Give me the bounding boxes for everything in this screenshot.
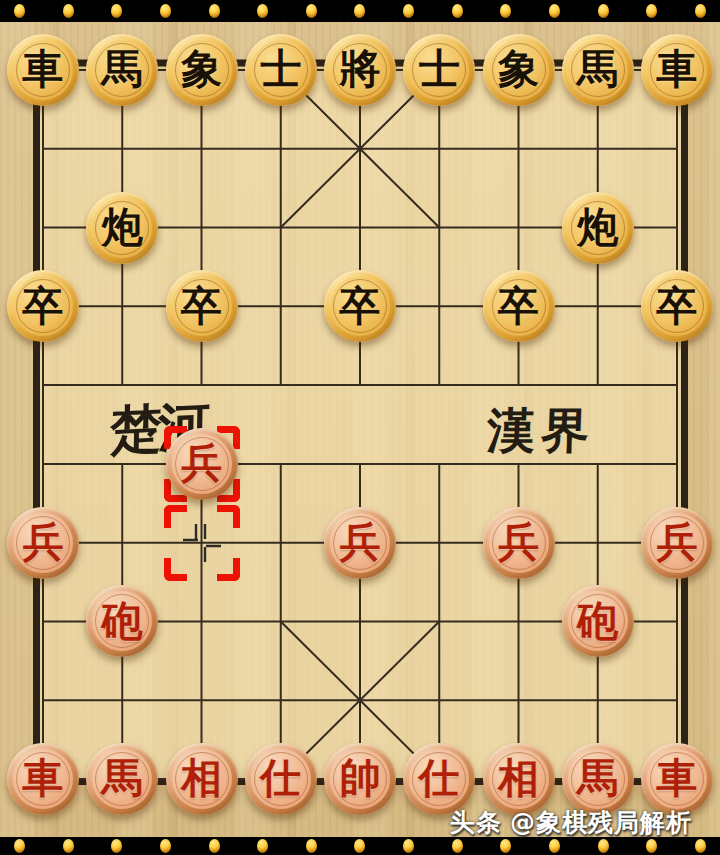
rivet-icon: [14, 839, 25, 853]
piece-character: 兵: [23, 522, 64, 563]
watermark-handle: @象棋残局解析: [510, 808, 692, 837]
piece-red-soldier[interactable]: 兵: [324, 507, 396, 579]
piece-character: 車: [657, 49, 698, 90]
piece-character: 卒: [340, 286, 381, 327]
piece-character: 馬: [577, 758, 618, 799]
piece-character: 卒: [498, 286, 539, 327]
top-rail: [0, 0, 720, 22]
piece-character: 將: [340, 49, 381, 90]
piece-black-horse[interactable]: 馬: [86, 34, 158, 106]
piece-red-advisor[interactable]: 仕: [245, 743, 317, 815]
piece-character: 車: [657, 758, 698, 799]
rivet-icon: [598, 839, 609, 853]
piece-black-cannon[interactable]: 炮: [562, 192, 634, 264]
piece-character: 車: [23, 758, 64, 799]
piece-character: 象: [498, 49, 539, 90]
piece-red-soldier[interactable]: 兵: [166, 428, 238, 500]
crosshair-icon: [164, 505, 240, 581]
rivet-icon: [695, 839, 706, 853]
piece-red-horse[interactable]: 馬: [86, 743, 158, 815]
rivet-icon: [403, 4, 414, 18]
piece-black-soldier[interactable]: 卒: [324, 270, 396, 342]
piece-black-soldier[interactable]: 卒: [641, 270, 713, 342]
rivet-icon: [549, 839, 560, 853]
piece-character: 相: [498, 758, 539, 799]
rivet-icon: [111, 4, 122, 18]
piece-character: 兵: [181, 443, 222, 484]
rivet-icon: [111, 839, 122, 853]
piece-red-elephant[interactable]: 相: [483, 743, 555, 815]
rivet-icon: [209, 4, 220, 18]
piece-character: 卒: [181, 286, 222, 327]
piece-black-general[interactable]: 將: [324, 34, 396, 106]
piece-character: 兵: [657, 522, 698, 563]
bottom-rail: [0, 837, 720, 855]
rivet-icon: [257, 4, 268, 18]
rivet-icon: [549, 4, 560, 18]
piece-character: 炮: [102, 207, 143, 248]
piece-black-chariot[interactable]: 車: [7, 34, 79, 106]
rivet-icon: [63, 839, 74, 853]
rivet-icon: [354, 4, 365, 18]
piece-character: 卒: [23, 286, 64, 327]
rivet-icon: [209, 839, 220, 853]
rivet-icon: [452, 4, 463, 18]
xiangqi-app: 楚河 漢界 車馬象士將士象馬車炮炮卒卒卒卒卒兵兵兵兵兵砲砲車馬相仕帥仕相馬車 头…: [0, 0, 720, 855]
rivet-icon: [14, 4, 25, 18]
piece-red-horse[interactable]: 馬: [562, 743, 634, 815]
piece-character: 帥: [340, 758, 381, 799]
piece-red-general[interactable]: 帥: [324, 743, 396, 815]
piece-character: 馬: [102, 49, 143, 90]
piece-red-soldier[interactable]: 兵: [483, 507, 555, 579]
rivet-icon: [354, 839, 365, 853]
rivet-icon: [160, 839, 171, 853]
piece-red-soldier[interactable]: 兵: [641, 507, 713, 579]
piece-character: 象: [181, 49, 222, 90]
piece-red-advisor[interactable]: 仕: [403, 743, 475, 815]
piece-black-soldier[interactable]: 卒: [166, 270, 238, 342]
rivet-icon: [500, 4, 511, 18]
rivet-icon: [257, 839, 268, 853]
piece-character: 炮: [577, 207, 618, 248]
piece-black-cannon[interactable]: 炮: [86, 192, 158, 264]
piece-character: 仕: [419, 758, 460, 799]
rivet-icon: [500, 839, 511, 853]
piece-character: 馬: [577, 49, 618, 90]
xiangqi-board[interactable]: 車馬象士將士象馬車炮炮卒卒卒卒卒兵兵兵兵兵砲砲車馬相仕帥仕相馬車: [3, 31, 716, 819]
rivet-icon: [63, 4, 74, 18]
piece-black-elephant[interactable]: 象: [166, 34, 238, 106]
rivet-icon: [160, 4, 171, 18]
piece-black-soldier[interactable]: 卒: [7, 270, 79, 342]
piece-character: 兵: [340, 522, 381, 563]
watermark: 头条@象棋残局解析: [450, 806, 692, 839]
piece-character: 砲: [102, 601, 143, 642]
piece-red-cannon[interactable]: 砲: [562, 585, 634, 657]
rivet-icon: [306, 4, 317, 18]
piece-black-elephant[interactable]: 象: [483, 34, 555, 106]
piece-black-soldier[interactable]: 卒: [483, 270, 555, 342]
piece-character: 車: [23, 49, 64, 90]
piece-red-elephant[interactable]: 相: [166, 743, 238, 815]
rivet-icon: [403, 839, 414, 853]
piece-black-horse[interactable]: 馬: [562, 34, 634, 106]
piece-character: 相: [181, 758, 222, 799]
piece-character: 士: [419, 49, 460, 90]
piece-red-cannon[interactable]: 砲: [86, 585, 158, 657]
piece-character: 馬: [102, 758, 143, 799]
rivet-icon: [695, 4, 706, 18]
rivet-icon: [598, 4, 609, 18]
rivet-icon: [306, 839, 317, 853]
piece-black-advisor[interactable]: 士: [245, 34, 317, 106]
piece-red-chariot[interactable]: 車: [7, 743, 79, 815]
rivet-icon: [646, 839, 657, 853]
rivet-icon: [452, 839, 463, 853]
piece-black-advisor[interactable]: 士: [403, 34, 475, 106]
piece-character: 卒: [657, 286, 698, 327]
piece-character: 砲: [577, 601, 618, 642]
piece-black-chariot[interactable]: 車: [641, 34, 713, 106]
piece-red-soldier[interactable]: 兵: [7, 507, 79, 579]
watermark-brand: 头条: [450, 808, 502, 837]
piece-character: 兵: [498, 522, 539, 563]
piece-red-chariot[interactable]: 車: [641, 743, 713, 815]
piece-character: 士: [260, 49, 301, 90]
piece-character: 仕: [260, 758, 301, 799]
last-move-from-marker: [164, 505, 240, 581]
rivet-icon: [646, 4, 657, 18]
